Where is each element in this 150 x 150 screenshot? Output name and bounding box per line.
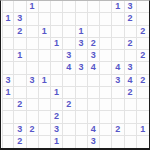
cell-r5c8[interactable] bbox=[100, 62, 112, 74]
cell-r11c9[interactable] bbox=[112, 136, 124, 148]
cell-r8c11[interactable] bbox=[137, 99, 149, 111]
cell-r0c9[interactable]: 1 bbox=[112, 1, 124, 13]
cell-r6c1[interactable] bbox=[14, 75, 26, 87]
cell-r4c6[interactable] bbox=[76, 50, 88, 62]
cell-r8c7[interactable] bbox=[88, 99, 100, 111]
cell-r10c8[interactable] bbox=[100, 124, 112, 136]
cell-r2c2[interactable] bbox=[27, 26, 39, 38]
cell-r9c2[interactable] bbox=[27, 111, 39, 123]
cell-r7c1[interactable] bbox=[14, 87, 26, 99]
cell-r6c3[interactable]: 1 bbox=[39, 75, 51, 87]
cell-r3c1[interactable] bbox=[14, 38, 26, 50]
cell-r10c2[interactable]: 2 bbox=[27, 124, 39, 136]
cell-r3c2[interactable] bbox=[27, 38, 39, 50]
cell-r3c11[interactable] bbox=[137, 38, 149, 50]
cell-r6c9[interactable]: 3 bbox=[112, 75, 124, 87]
cell-r2c3[interactable]: 1 bbox=[39, 26, 51, 38]
cell-r5c7[interactable]: 4 bbox=[88, 62, 100, 74]
cell-r0c2[interactable]: 1 bbox=[27, 1, 39, 13]
cell-r0c1[interactable] bbox=[14, 1, 26, 13]
cell-r6c11[interactable]: 2 bbox=[137, 75, 149, 87]
cell-r10c11[interactable]: 1 bbox=[137, 124, 149, 136]
cell-r2c1[interactable]: 2 bbox=[14, 26, 26, 38]
cell-r3c0[interactable] bbox=[2, 38, 14, 50]
cell-r4c4[interactable] bbox=[51, 50, 63, 62]
cell-r5c0[interactable] bbox=[2, 62, 14, 74]
cell-r4c8[interactable] bbox=[100, 50, 112, 62]
cell-r9c8[interactable] bbox=[100, 111, 112, 123]
cell-r1c3[interactable] bbox=[39, 13, 51, 25]
cell-r6c0[interactable]: 3 bbox=[2, 75, 14, 87]
cell-r2c10[interactable] bbox=[125, 26, 137, 38]
cell-r0c3[interactable] bbox=[39, 1, 51, 13]
cell-r11c8[interactable] bbox=[100, 136, 112, 148]
cell-r9c3[interactable] bbox=[39, 111, 51, 123]
cell-r5c11[interactable] bbox=[137, 62, 149, 74]
cell-r10c3[interactable] bbox=[39, 124, 51, 136]
cell-r3c3[interactable] bbox=[39, 38, 51, 50]
cell-r0c4[interactable] bbox=[51, 1, 63, 13]
cell-r11c11[interactable] bbox=[137, 136, 149, 148]
cell-r8c3[interactable] bbox=[39, 99, 51, 111]
cell-r6c6[interactable] bbox=[76, 75, 88, 87]
cell-r0c11[interactable] bbox=[137, 1, 149, 13]
cell-r11c3[interactable] bbox=[39, 136, 51, 148]
cell-r11c1[interactable]: 2 bbox=[14, 136, 26, 148]
cell-r2c8[interactable] bbox=[100, 26, 112, 38]
cell-r0c7[interactable] bbox=[88, 1, 100, 13]
cell-r3c6[interactable]: 3 bbox=[76, 38, 88, 50]
cell-r10c6[interactable] bbox=[76, 124, 88, 136]
puzzle-grid: 1131322112132213324344333134211222232342… bbox=[2, 1, 149, 148]
cell-r2c0[interactable] bbox=[2, 26, 14, 38]
cell-r7c5[interactable] bbox=[63, 87, 75, 99]
cell-r8c1[interactable]: 2 bbox=[14, 99, 26, 111]
cell-r1c5[interactable] bbox=[63, 13, 75, 25]
cell-r4c2[interactable] bbox=[27, 50, 39, 62]
cell-r11c7[interactable]: 3 bbox=[88, 136, 100, 148]
cell-r7c9[interactable] bbox=[112, 87, 124, 99]
cell-r0c6[interactable] bbox=[76, 1, 88, 13]
cell-r2c7[interactable] bbox=[88, 26, 100, 38]
cell-r8c0[interactable] bbox=[2, 99, 14, 111]
cell-r11c10[interactable] bbox=[125, 136, 137, 148]
cell-r10c1[interactable]: 3 bbox=[14, 124, 26, 136]
cell-r0c10[interactable]: 3 bbox=[125, 1, 137, 13]
cell-r1c4[interactable] bbox=[51, 13, 63, 25]
cell-r2c4[interactable] bbox=[51, 26, 63, 38]
cell-r8c4[interactable] bbox=[51, 99, 63, 111]
cell-r8c10[interactable] bbox=[125, 99, 137, 111]
cell-r4c7[interactable]: 3 bbox=[88, 50, 100, 62]
cell-r9c7[interactable] bbox=[88, 111, 100, 123]
cell-r4c11[interactable]: 2 bbox=[137, 50, 149, 62]
cell-r5c4[interactable] bbox=[51, 62, 63, 74]
cell-r10c10[interactable] bbox=[125, 124, 137, 136]
cell-r8c2[interactable] bbox=[27, 99, 39, 111]
cell-r7c6[interactable] bbox=[76, 87, 88, 99]
cell-r10c0[interactable] bbox=[2, 124, 14, 136]
cell-r4c3[interactable] bbox=[39, 50, 51, 62]
cell-r8c5[interactable]: 2 bbox=[63, 99, 75, 111]
cell-r7c2[interactable] bbox=[27, 87, 39, 99]
cell-r1c9[interactable] bbox=[112, 13, 124, 25]
cell-r1c2[interactable] bbox=[27, 13, 39, 25]
cell-r1c10[interactable]: 2 bbox=[125, 13, 137, 25]
cell-r1c0[interactable]: 1 bbox=[2, 13, 14, 25]
cell-r5c5[interactable]: 4 bbox=[63, 62, 75, 74]
cell-r1c1[interactable]: 3 bbox=[14, 13, 26, 25]
cell-r3c4[interactable]: 1 bbox=[51, 38, 63, 50]
cell-r2c11[interactable]: 2 bbox=[137, 26, 149, 38]
cell-r2c6[interactable]: 1 bbox=[76, 26, 88, 38]
cell-r0c8[interactable] bbox=[100, 1, 112, 13]
cell-r6c8[interactable] bbox=[100, 75, 112, 87]
cell-r3c10[interactable]: 2 bbox=[125, 38, 137, 50]
cell-r1c11[interactable] bbox=[137, 13, 149, 25]
cell-r6c5[interactable] bbox=[63, 75, 75, 87]
cell-r10c9[interactable]: 2 bbox=[112, 124, 124, 136]
cell-r5c2[interactable] bbox=[27, 62, 39, 74]
cell-r3c5[interactable] bbox=[63, 38, 75, 50]
cell-r9c4[interactable]: 2 bbox=[51, 111, 63, 123]
cell-r1c7[interactable] bbox=[88, 13, 100, 25]
cell-r1c8[interactable] bbox=[100, 13, 112, 25]
cell-r3c9[interactable] bbox=[112, 38, 124, 50]
cell-r6c10[interactable]: 4 bbox=[125, 75, 137, 87]
cell-r11c6[interactable] bbox=[76, 136, 88, 148]
cell-r4c10[interactable] bbox=[125, 50, 137, 62]
cell-r9c11[interactable] bbox=[137, 111, 149, 123]
cell-r7c8[interactable] bbox=[100, 87, 112, 99]
cell-r6c4[interactable] bbox=[51, 75, 63, 87]
cell-r9c10[interactable] bbox=[125, 111, 137, 123]
cell-r9c9[interactable] bbox=[112, 111, 124, 123]
cell-r0c0[interactable] bbox=[2, 1, 14, 13]
cell-r10c4[interactable]: 3 bbox=[51, 124, 63, 136]
cell-r5c3[interactable] bbox=[39, 62, 51, 74]
cell-r2c5[interactable] bbox=[63, 26, 75, 38]
cell-r3c8[interactable] bbox=[100, 38, 112, 50]
cell-r2c9[interactable] bbox=[112, 26, 124, 38]
cell-r7c3[interactable] bbox=[39, 87, 51, 99]
cell-r9c1[interactable] bbox=[14, 111, 26, 123]
cell-r11c5[interactable] bbox=[63, 136, 75, 148]
cell-r7c4[interactable]: 1 bbox=[51, 87, 63, 99]
cell-r10c5[interactable] bbox=[63, 124, 75, 136]
cell-r8c6[interactable] bbox=[76, 99, 88, 111]
cell-r5c10[interactable]: 3 bbox=[125, 62, 137, 74]
cell-r4c1[interactable]: 1 bbox=[14, 50, 26, 62]
cell-r11c2[interactable] bbox=[27, 136, 39, 148]
cell-r4c5[interactable]: 3 bbox=[63, 50, 75, 62]
cell-r0c5[interactable] bbox=[63, 1, 75, 13]
cell-r9c0[interactable] bbox=[2, 111, 14, 123]
cell-r1c6[interactable] bbox=[76, 13, 88, 25]
cell-r5c1[interactable] bbox=[14, 62, 26, 74]
cell-r9c5[interactable] bbox=[63, 111, 75, 123]
cell-r4c0[interactable] bbox=[2, 50, 14, 62]
cell-r6c7[interactable] bbox=[88, 75, 100, 87]
cell-r3c7[interactable]: 2 bbox=[88, 38, 100, 50]
cell-r7c0[interactable]: 1 bbox=[2, 87, 14, 99]
cell-r11c4[interactable]: 1 bbox=[51, 136, 63, 148]
minesweeper-board: 1131322112132213324344333134211222232342… bbox=[0, 0, 150, 150]
cell-r5c9[interactable]: 4 bbox=[112, 62, 124, 74]
cell-r4c9[interactable] bbox=[112, 50, 124, 62]
cell-r10c7[interactable]: 4 bbox=[88, 124, 100, 136]
cell-r9c6[interactable] bbox=[76, 111, 88, 123]
cell-r6c2[interactable]: 3 bbox=[27, 75, 39, 87]
cell-r8c9[interactable] bbox=[112, 99, 124, 111]
cell-r11c0[interactable] bbox=[2, 136, 14, 148]
cell-r5c6[interactable]: 3 bbox=[76, 62, 88, 74]
cell-r7c7[interactable] bbox=[88, 87, 100, 99]
cell-r7c11[interactable] bbox=[137, 87, 149, 99]
cell-r8c8[interactable] bbox=[100, 99, 112, 111]
cell-r7c10[interactable]: 2 bbox=[125, 87, 137, 99]
